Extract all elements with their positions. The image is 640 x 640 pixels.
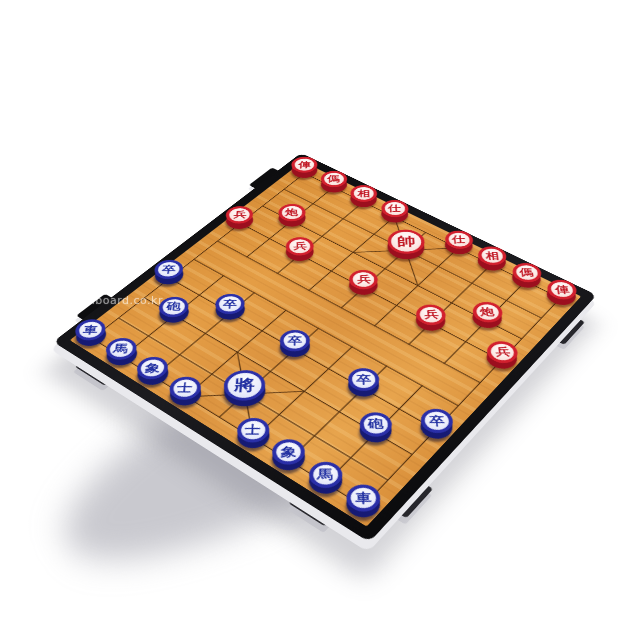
piece-glyph: 炮 (479, 307, 494, 317)
piece-glyph: 俥 (554, 285, 570, 295)
piece-blue-soldier[interactable]: 卒 (414, 413, 458, 447)
piece-glyph: 仕 (452, 235, 466, 244)
piece-glyph: 車 (82, 325, 98, 335)
piece-glyph: 馬 (317, 468, 333, 481)
piece-blue-horse[interactable]: 馬 (302, 465, 348, 502)
piece-glyph: 卒 (287, 336, 302, 346)
product-photo-canvas: 俥傌相仕仕相傌俥帥炮炮兵兵兵兵兵車馬象士士象馬車將砲砲卒卒卒卒卒 mboard.… (0, 0, 640, 640)
piece-glyph: 馬 (113, 343, 129, 353)
piece-face: 士 (230, 413, 275, 447)
piece-face: 馬 (302, 456, 348, 493)
piece-glyph: 卒 (356, 374, 371, 385)
piece-blue-elephant[interactable]: 象 (266, 443, 312, 478)
piece-glyph: 傌 (327, 175, 340, 183)
piece-blue-cannon[interactable]: 砲 (353, 416, 397, 450)
piece-glyph: 象 (144, 363, 160, 374)
piece-face: 兵 (482, 337, 524, 367)
piece-red-soldier[interactable]: 兵 (481, 346, 523, 377)
piece-blue-soldier[interactable]: 卒 (274, 335, 316, 365)
piece-face: 卒 (342, 364, 385, 396)
piece-glyph: 車 (355, 491, 372, 504)
piece-glyph: 傌 (519, 268, 534, 277)
piece-face: 將 (216, 364, 274, 407)
piece-glyph: 兵 (233, 210, 247, 218)
xiangqi-board-frame: 俥傌相仕仕相傌俥帥炮炮兵兵兵兵兵車馬象士士象馬車將砲砲卒卒卒卒卒 (53, 153, 597, 542)
piece-glyph: 士 (245, 424, 261, 436)
piece-glyph: 俥 (298, 161, 311, 169)
piece-blue-general[interactable]: 將 (216, 373, 274, 416)
piece-red-soldier[interactable]: 兵 (410, 309, 451, 338)
piece-glyph: 卒 (429, 415, 445, 427)
piece-face: 卒 (414, 404, 458, 438)
scene: 俥傌相仕仕相傌俥帥炮炮兵兵兵兵兵車馬象士士象馬車將砲砲卒卒卒卒卒 (0, 0, 640, 640)
watermark: mboard.co.kr (84, 294, 163, 307)
piece-blue-advisor[interactable]: 士 (231, 422, 276, 456)
piece-glyph: 仕 (388, 204, 401, 212)
piece-face: 馬 (100, 334, 143, 364)
piece-glyph: 象 (280, 446, 296, 458)
piece-blue-soldier[interactable]: 卒 (342, 373, 385, 405)
piece-glyph: 兵 (495, 347, 511, 358)
piece-glyph: 相 (485, 251, 500, 260)
piece-glyph: 砲 (368, 418, 384, 430)
piece-face: 卒 (274, 326, 316, 356)
piece-face: 砲 (353, 407, 398, 441)
piece-blue-chariot[interactable]: 車 (340, 488, 387, 526)
piece-blue-advisor[interactable]: 士 (164, 381, 208, 413)
piece-face: 士 (163, 372, 207, 404)
piece-glyph: 相 (357, 189, 370, 197)
piece-glyph: 士 (177, 382, 193, 393)
piece-face: 車 (340, 479, 387, 517)
piece-glyph: 將 (234, 378, 256, 393)
piece-glyph: 卒 (161, 265, 176, 274)
piece-glyph: 兵 (424, 310, 439, 320)
